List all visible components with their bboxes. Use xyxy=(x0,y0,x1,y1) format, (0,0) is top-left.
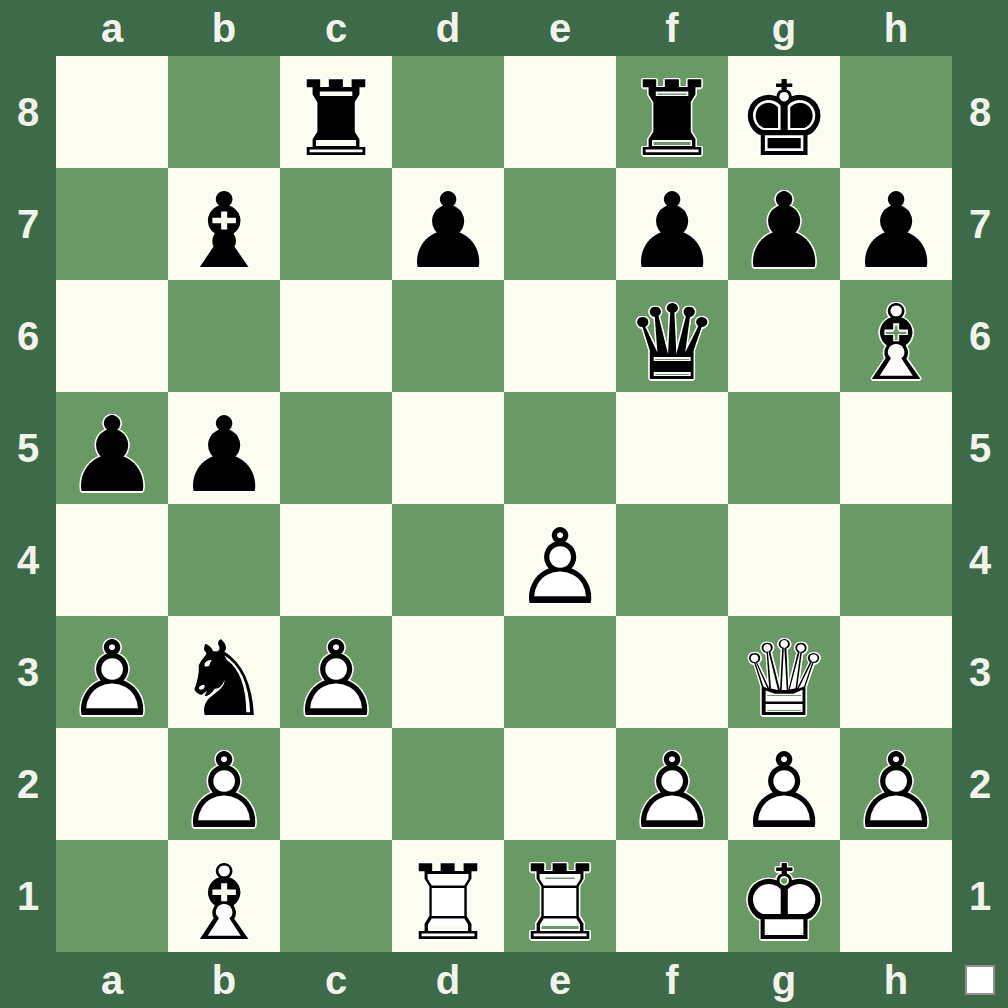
square-c8[interactable]: ♜♜ xyxy=(280,56,392,168)
piece-glyph: ♟ xyxy=(625,170,718,280)
square-h1[interactable] xyxy=(840,840,952,952)
piece-glyph: ♜ xyxy=(289,58,382,168)
board-corner-top-right xyxy=(952,0,1008,56)
square-d6[interactable] xyxy=(392,280,504,392)
piece-white-bishop-h6[interactable]: ♝♗ xyxy=(849,291,942,392)
piece-black-bishop-b7[interactable]: ♝♝ xyxy=(177,179,270,280)
square-g7[interactable]: ♟♟ xyxy=(728,168,840,280)
square-h7[interactable]: ♟♟ xyxy=(840,168,952,280)
piece-glyph: ♔ xyxy=(737,842,830,952)
square-c3[interactable]: ♟♙ xyxy=(280,616,392,728)
square-f1[interactable] xyxy=(616,840,728,952)
square-h3[interactable] xyxy=(840,616,952,728)
piece-glyph: ♟ xyxy=(65,394,158,504)
piece-white-pawn-e4[interactable]: ♟♙ xyxy=(513,515,606,616)
file-label-f-bottom: f xyxy=(616,952,728,1008)
piece-glyph: ♟ xyxy=(849,170,942,280)
piece-white-king-g1[interactable]: ♚♔ xyxy=(737,851,830,952)
square-f5[interactable] xyxy=(616,392,728,504)
square-d1[interactable]: ♜♖ xyxy=(392,840,504,952)
square-c7[interactable] xyxy=(280,168,392,280)
piece-white-pawn-c3[interactable]: ♟♙ xyxy=(289,627,382,728)
piece-glyph: ♖ xyxy=(513,842,606,952)
piece-glyph: ♜ xyxy=(625,58,718,168)
rank-label-3-left: 3 xyxy=(0,616,56,728)
rank-label-8-right: 8 xyxy=(952,56,1008,168)
square-f8[interactable]: ♜♜ xyxy=(616,56,728,168)
piece-glyph: ♙ xyxy=(849,730,942,840)
piece-glyph: ♙ xyxy=(289,618,382,728)
rank-label-6-left: 6 xyxy=(0,280,56,392)
piece-glyph: ♕ xyxy=(737,618,830,728)
rank-label-5-left: 5 xyxy=(0,392,56,504)
piece-glyph: ♞ xyxy=(177,618,270,728)
piece-white-rook-e1[interactable]: ♜♖ xyxy=(513,851,606,952)
piece-black-pawn-f7[interactable]: ♟♟ xyxy=(625,179,718,280)
square-g5[interactable] xyxy=(728,392,840,504)
square-d4[interactable] xyxy=(392,504,504,616)
file-label-b-bottom: b xyxy=(168,952,280,1008)
square-b6[interactable] xyxy=(168,280,280,392)
square-h5[interactable] xyxy=(840,392,952,504)
side-to-move-indicator xyxy=(965,965,995,995)
piece-white-rook-d1[interactable]: ♜♖ xyxy=(401,851,494,952)
square-c2[interactable] xyxy=(280,728,392,840)
square-h4[interactable] xyxy=(840,504,952,616)
file-label-d-bottom: d xyxy=(392,952,504,1008)
piece-white-pawn-h2[interactable]: ♟♙ xyxy=(849,739,942,840)
piece-black-king-g8[interactable]: ♚♚ xyxy=(737,67,830,168)
rank-label-7-right: 7 xyxy=(952,168,1008,280)
square-e7[interactable] xyxy=(504,168,616,280)
square-f2[interactable]: ♟♙ xyxy=(616,728,728,840)
square-b2[interactable]: ♟♙ xyxy=(168,728,280,840)
piece-white-bishop-b1[interactable]: ♝♗ xyxy=(177,851,270,952)
square-d8[interactable] xyxy=(392,56,504,168)
square-g2[interactable]: ♟♙ xyxy=(728,728,840,840)
square-c4[interactable] xyxy=(280,504,392,616)
file-label-e-top: e xyxy=(504,0,616,56)
file-label-a-top: a xyxy=(56,0,168,56)
piece-glyph: ♖ xyxy=(401,842,494,952)
square-b8[interactable] xyxy=(168,56,280,168)
square-f3[interactable] xyxy=(616,616,728,728)
piece-glyph: ♟ xyxy=(177,394,270,504)
file-label-e-bottom: e xyxy=(504,952,616,1008)
square-e4[interactable]: ♟♙ xyxy=(504,504,616,616)
square-d5[interactable] xyxy=(392,392,504,504)
square-a3[interactable]: ♟♙ xyxy=(56,616,168,728)
file-label-c-top: c xyxy=(280,0,392,56)
square-f7[interactable]: ♟♟ xyxy=(616,168,728,280)
piece-black-rook-c8[interactable]: ♜♜ xyxy=(289,67,382,168)
square-c1[interactable] xyxy=(280,840,392,952)
square-e6[interactable] xyxy=(504,280,616,392)
square-g6[interactable] xyxy=(728,280,840,392)
square-a1[interactable] xyxy=(56,840,168,952)
piece-white-queen-g3[interactable]: ♛♕ xyxy=(737,627,830,728)
piece-glyph: ♙ xyxy=(737,730,830,840)
file-label-h-top: h xyxy=(840,0,952,56)
square-e5[interactable] xyxy=(504,392,616,504)
rank-label-4-left: 4 xyxy=(0,504,56,616)
square-g1[interactable]: ♚♔ xyxy=(728,840,840,952)
piece-glyph: ♙ xyxy=(65,618,158,728)
file-label-c-bottom: c xyxy=(280,952,392,1008)
square-b1[interactable]: ♝♗ xyxy=(168,840,280,952)
file-label-g-top: g xyxy=(728,0,840,56)
square-a2[interactable] xyxy=(56,728,168,840)
chess-board: abcdefgh8♜♜♜♜♚♚87♝♝♟♟♟♟♟♟♟♟76♛♛♝♗65♟♟♟♟5… xyxy=(0,0,1008,1008)
piece-glyph: ♗ xyxy=(849,282,942,392)
file-label-f-top: f xyxy=(616,0,728,56)
piece-white-pawn-g2[interactable]: ♟♙ xyxy=(737,739,830,840)
rank-label-2-left: 2 xyxy=(0,728,56,840)
board-corner-top-left xyxy=(0,0,56,56)
piece-white-pawn-b2[interactable]: ♟♙ xyxy=(177,739,270,840)
square-f6[interactable]: ♛♛ xyxy=(616,280,728,392)
piece-black-pawn-d7[interactable]: ♟♟ xyxy=(401,179,494,280)
rank-label-6-right: 6 xyxy=(952,280,1008,392)
piece-glyph: ♟ xyxy=(737,170,830,280)
piece-glyph: ♙ xyxy=(625,730,718,840)
piece-black-pawn-b5[interactable]: ♟♟ xyxy=(177,403,270,504)
square-e2[interactable] xyxy=(504,728,616,840)
square-g3[interactable]: ♛♕ xyxy=(728,616,840,728)
square-b5[interactable]: ♟♟ xyxy=(168,392,280,504)
square-e3[interactable] xyxy=(504,616,616,728)
square-c5[interactable] xyxy=(280,392,392,504)
square-a8[interactable] xyxy=(56,56,168,168)
rank-label-1-left: 1 xyxy=(0,840,56,952)
piece-black-knight-b3[interactable]: ♞♞ xyxy=(177,627,270,728)
square-g4[interactable] xyxy=(728,504,840,616)
piece-black-pawn-g7[interactable]: ♟♟ xyxy=(737,179,830,280)
piece-black-pawn-a5[interactable]: ♟♟ xyxy=(65,403,158,504)
file-label-g-bottom: g xyxy=(728,952,840,1008)
file-label-d-top: d xyxy=(392,0,504,56)
rank-label-8-left: 8 xyxy=(0,56,56,168)
board-corner-bottom-right xyxy=(952,952,1008,1008)
square-h2[interactable]: ♟♙ xyxy=(840,728,952,840)
square-d3[interactable] xyxy=(392,616,504,728)
square-b3[interactable]: ♞♞ xyxy=(168,616,280,728)
rank-label-5-right: 5 xyxy=(952,392,1008,504)
file-label-a-bottom: a xyxy=(56,952,168,1008)
square-e8[interactable] xyxy=(504,56,616,168)
piece-glyph: ♚ xyxy=(737,58,830,168)
square-c6[interactable] xyxy=(280,280,392,392)
piece-white-pawn-f2[interactable]: ♟♙ xyxy=(625,739,718,840)
square-a7[interactable] xyxy=(56,168,168,280)
square-d7[interactable]: ♟♟ xyxy=(392,168,504,280)
square-a5[interactable]: ♟♟ xyxy=(56,392,168,504)
piece-black-queen-f6[interactable]: ♛♛ xyxy=(625,291,718,392)
rank-label-4-right: 4 xyxy=(952,504,1008,616)
rank-label-3-right: 3 xyxy=(952,616,1008,728)
piece-black-pawn-h7[interactable]: ♟♟ xyxy=(849,179,942,280)
rank-label-7-left: 7 xyxy=(0,168,56,280)
piece-glyph: ♟ xyxy=(401,170,494,280)
piece-white-pawn-a3[interactable]: ♟♙ xyxy=(65,627,158,728)
piece-glyph: ♗ xyxy=(177,842,270,952)
rank-label-2-right: 2 xyxy=(952,728,1008,840)
square-g8[interactable]: ♚♚ xyxy=(728,56,840,168)
piece-black-rook-f8[interactable]: ♜♜ xyxy=(625,67,718,168)
square-e1[interactable]: ♜♖ xyxy=(504,840,616,952)
square-h6[interactable]: ♝♗ xyxy=(840,280,952,392)
piece-glyph: ♙ xyxy=(513,506,606,616)
file-label-b-top: b xyxy=(168,0,280,56)
square-a4[interactable] xyxy=(56,504,168,616)
piece-glyph: ♛ xyxy=(625,282,718,392)
square-b7[interactable]: ♝♝ xyxy=(168,168,280,280)
rank-label-1-right: 1 xyxy=(952,840,1008,952)
square-b4[interactable] xyxy=(168,504,280,616)
square-d2[interactable] xyxy=(392,728,504,840)
square-h8[interactable] xyxy=(840,56,952,168)
piece-glyph: ♝ xyxy=(177,170,270,280)
file-label-h-bottom: h xyxy=(840,952,952,1008)
square-f4[interactable] xyxy=(616,504,728,616)
square-a6[interactable] xyxy=(56,280,168,392)
board-corner-bottom-left xyxy=(0,952,56,1008)
piece-glyph: ♙ xyxy=(177,730,270,840)
